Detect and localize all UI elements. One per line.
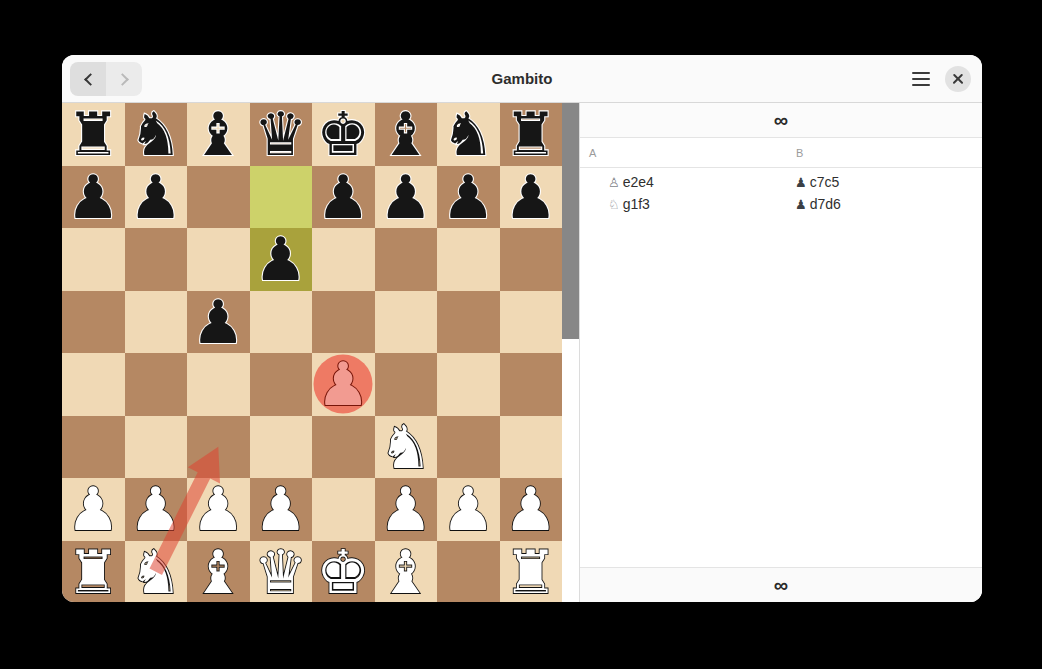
move-column-headers: A B (580, 138, 982, 168)
move-row: ♘g1f3♟d7d6 (580, 193, 982, 215)
black-pawn[interactable]: ♟ (500, 166, 563, 229)
black-pawn[interactable]: ♟ (125, 166, 188, 229)
square-f8[interactable]: ♝ (375, 103, 438, 166)
black-piece-icon: ♟ (795, 175, 807, 190)
square-a1[interactable]: ♜ (62, 541, 125, 603)
square-h6[interactable] (500, 228, 563, 291)
white-knight[interactable]: ♞ (375, 416, 438, 479)
forward-button[interactable] (106, 62, 142, 96)
square-h7[interactable]: ♟ (500, 166, 563, 229)
white-pawn[interactable]: ♟ (250, 478, 313, 541)
white-queen[interactable]: ♛ (250, 541, 313, 603)
black-king[interactable]: ♚ (312, 103, 375, 166)
square-e2[interactable] (312, 478, 375, 541)
square-c1[interactable]: ♝ (187, 541, 250, 603)
square-a4[interactable] (62, 353, 125, 416)
square-e3[interactable] (312, 416, 375, 479)
square-e7[interactable]: ♟ (312, 166, 375, 229)
square-e4[interactable]: ♟ (312, 353, 375, 416)
black-piece-icon: ♟ (795, 197, 807, 212)
move-cell-e2e4[interactable]: ♙e2e4 (580, 174, 795, 190)
square-b4[interactable] (125, 353, 188, 416)
back-button[interactable] (70, 62, 106, 96)
square-a5[interactable] (62, 291, 125, 354)
square-g8[interactable]: ♞ (437, 103, 500, 166)
square-d1[interactable]: ♛ (250, 541, 313, 603)
black-pawn[interactable]: ♟ (250, 228, 313, 291)
square-d3[interactable] (250, 416, 313, 479)
square-b7[interactable]: ♟ (125, 166, 188, 229)
titlebar: Gambito (62, 55, 982, 103)
black-rook[interactable]: ♜ (500, 103, 563, 166)
chevron-left-icon (84, 73, 97, 86)
history-nav-group (70, 62, 142, 96)
window-title: Gambito (62, 55, 982, 103)
square-c2[interactable]: ♟ (187, 478, 250, 541)
column-header-b: B (796, 147, 804, 159)
square-g4[interactable] (437, 353, 500, 416)
square-b2[interactable]: ♟ (125, 478, 188, 541)
square-f6[interactable] (375, 228, 438, 291)
square-g2[interactable]: ♟ (437, 478, 500, 541)
black-bishop[interactable]: ♝ (187, 103, 250, 166)
square-d4[interactable] (250, 353, 313, 416)
square-d7[interactable] (250, 166, 313, 229)
move-text: e2e4 (623, 174, 654, 190)
move-text: d7d6 (810, 196, 841, 212)
square-a8[interactable]: ♜ (62, 103, 125, 166)
white-bishop[interactable]: ♝ (375, 541, 438, 603)
square-c6[interactable] (187, 228, 250, 291)
square-d6[interactable]: ♟ (250, 228, 313, 291)
analysis-header: ∞ (580, 103, 982, 138)
square-c4[interactable] (187, 353, 250, 416)
square-g1[interactable] (437, 541, 500, 603)
square-f1[interactable]: ♝ (375, 541, 438, 603)
chess-board: ♜♞♝♛♚♝♞♜♟♟♟♟♟♟♟♟♟♞♟♟♟♟♟♟♟♜♞♝♛♚♝♜ (62, 103, 562, 602)
square-g7[interactable]: ♟ (437, 166, 500, 229)
square-c8[interactable]: ♝ (187, 103, 250, 166)
board-scrollbar[interactable] (562, 103, 579, 602)
move-list: ♙e2e4♟c7c5♘g1f3♟d7d6 (580, 168, 982, 567)
white-pawn[interactable]: ♟ (375, 478, 438, 541)
square-h3[interactable] (500, 416, 563, 479)
white-piece-icon: ♙ (608, 175, 620, 190)
white-pawn[interactable]: ♟ (437, 478, 500, 541)
black-pawn[interactable]: ♟ (312, 166, 375, 229)
move-cell-g1f3[interactable]: ♘g1f3 (580, 196, 795, 212)
square-e8[interactable]: ♚ (312, 103, 375, 166)
white-piece-icon: ♘ (608, 197, 620, 212)
column-header-a: A (589, 147, 597, 159)
content-area: ♜♞♝♛♚♝♞♜♟♟♟♟♟♟♟♟♟♞♟♟♟♟♟♟♟♜♞♝♛♚♝♜ ∞ A B ♙… (62, 103, 982, 602)
square-h4[interactable] (500, 353, 563, 416)
black-pawn[interactable]: ♟ (437, 166, 500, 229)
close-button[interactable] (945, 66, 971, 92)
square-e5[interactable] (312, 291, 375, 354)
square-c3[interactable] (187, 416, 250, 479)
move-cell-c7c5[interactable]: ♟c7c5 (795, 174, 982, 190)
black-pawn[interactable]: ♟ (375, 166, 438, 229)
analysis-footer: ∞ (580, 567, 982, 602)
screen-background: Gambito ♜♞♝♛♚♝♞♜♟♟♟♟♟♟♟♟♟♞♟♟♟♟♟♟♟♜♞♝♛♚♝♜ (0, 0, 1042, 669)
move-text: c7c5 (810, 174, 840, 190)
square-h1[interactable]: ♜ (500, 541, 563, 603)
square-d5[interactable] (250, 291, 313, 354)
square-b3[interactable] (125, 416, 188, 479)
white-pawn[interactable]: ♟ (125, 478, 188, 541)
white-rook[interactable]: ♜ (500, 541, 563, 603)
square-a7[interactable]: ♟ (62, 166, 125, 229)
square-b1[interactable]: ♞ (125, 541, 188, 603)
square-h8[interactable]: ♜ (500, 103, 563, 166)
white-pawn[interactable]: ♟ (62, 478, 125, 541)
white-pawn[interactable]: ♟ (187, 478, 250, 541)
chevron-right-icon (116, 73, 129, 86)
black-bishop[interactable]: ♝ (375, 103, 438, 166)
board-viewport: ♜♞♝♛♚♝♞♜♟♟♟♟♟♟♟♟♟♞♟♟♟♟♟♟♟♜♞♝♛♚♝♜ (62, 103, 562, 602)
square-g3[interactable] (437, 416, 500, 479)
app-window: Gambito ♜♞♝♛♚♝♞♜♟♟♟♟♟♟♟♟♟♞♟♟♟♟♟♟♟♜♞♝♛♚♝♜ (62, 55, 982, 602)
square-e1[interactable]: ♚ (312, 541, 375, 603)
square-f5[interactable] (375, 291, 438, 354)
square-e6[interactable] (312, 228, 375, 291)
black-pawn[interactable]: ♟ (187, 291, 250, 354)
infinity-icon: ∞ (774, 574, 788, 597)
square-f7[interactable]: ♟ (375, 166, 438, 229)
black-queen[interactable]: ♛ (250, 103, 313, 166)
square-b6[interactable] (125, 228, 188, 291)
square-h5[interactable] (500, 291, 563, 354)
square-c5[interactable]: ♟ (187, 291, 250, 354)
square-d8[interactable]: ♛ (250, 103, 313, 166)
white-bishop[interactable]: ♝ (187, 541, 250, 603)
square-d2[interactable]: ♟ (250, 478, 313, 541)
board-scrollbar-thumb[interactable] (562, 103, 579, 339)
white-rook[interactable]: ♜ (62, 541, 125, 603)
menu-button[interactable] (908, 67, 934, 91)
white-king[interactable]: ♚ (312, 541, 375, 603)
black-rook[interactable]: ♜ (62, 103, 125, 166)
square-g5[interactable] (437, 291, 500, 354)
square-b5[interactable] (125, 291, 188, 354)
square-f3[interactable]: ♞ (375, 416, 438, 479)
white-pawn[interactable]: ♟ (312, 353, 375, 416)
black-knight[interactable]: ♞ (437, 103, 500, 166)
move-text: g1f3 (623, 196, 650, 212)
infinity-icon: ∞ (774, 109, 788, 132)
square-g6[interactable] (437, 228, 500, 291)
square-a6[interactable] (62, 228, 125, 291)
square-c7[interactable] (187, 166, 250, 229)
black-pawn[interactable]: ♟ (62, 166, 125, 229)
hamburger-icon (912, 72, 930, 75)
square-a2[interactable]: ♟ (62, 478, 125, 541)
square-f2[interactable]: ♟ (375, 478, 438, 541)
square-f4[interactable] (375, 353, 438, 416)
move-cell-d7d6[interactable]: ♟d7d6 (795, 196, 982, 212)
white-pawn[interactable]: ♟ (500, 478, 563, 541)
square-h2[interactable]: ♟ (500, 478, 563, 541)
white-knight[interactable]: ♞ (125, 541, 188, 603)
square-b8[interactable]: ♞ (125, 103, 188, 166)
moves-panel: ∞ A B ♙e2e4♟c7c5♘g1f3♟d7d6 ∞ (579, 103, 982, 602)
move-row: ♙e2e4♟c7c5 (580, 171, 982, 193)
square-a3[interactable] (62, 416, 125, 479)
black-knight[interactable]: ♞ (125, 103, 188, 166)
